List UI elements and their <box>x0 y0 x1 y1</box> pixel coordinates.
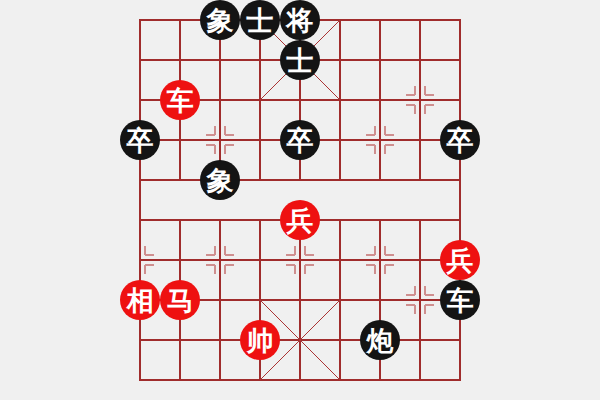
piece-red-pawn[interactable]: 兵 <box>280 200 320 240</box>
piece-red-elephant[interactable]: 相 <box>120 280 160 320</box>
xiangqi-app: 象士将士车卒卒卒象兵兵相马车帅炮 <box>0 0 600 400</box>
piece-black-chariot[interactable]: 车 <box>440 280 480 320</box>
piece-black-pawn[interactable]: 卒 <box>120 120 160 160</box>
piece-black-general[interactable]: 将 <box>280 0 320 40</box>
piece-black-pawn[interactable]: 卒 <box>280 120 320 160</box>
piece-black-advisor[interactable]: 士 <box>240 0 280 40</box>
xiangqi-board[interactable]: 象士将士车卒卒卒象兵兵相马车帅炮 <box>120 0 480 400</box>
piece-red-horse[interactable]: 马 <box>160 280 200 320</box>
piece-red-general[interactable]: 帅 <box>240 320 280 360</box>
piece-black-pawn[interactable]: 卒 <box>440 120 480 160</box>
piece-black-cannon[interactable]: 炮 <box>360 320 400 360</box>
piece-black-advisor[interactable]: 士 <box>280 40 320 80</box>
piece-red-chariot[interactable]: 车 <box>160 80 200 120</box>
piece-black-elephant[interactable]: 象 <box>200 0 240 40</box>
piece-black-elephant[interactable]: 象 <box>200 160 240 200</box>
piece-red-pawn[interactable]: 兵 <box>440 240 480 280</box>
